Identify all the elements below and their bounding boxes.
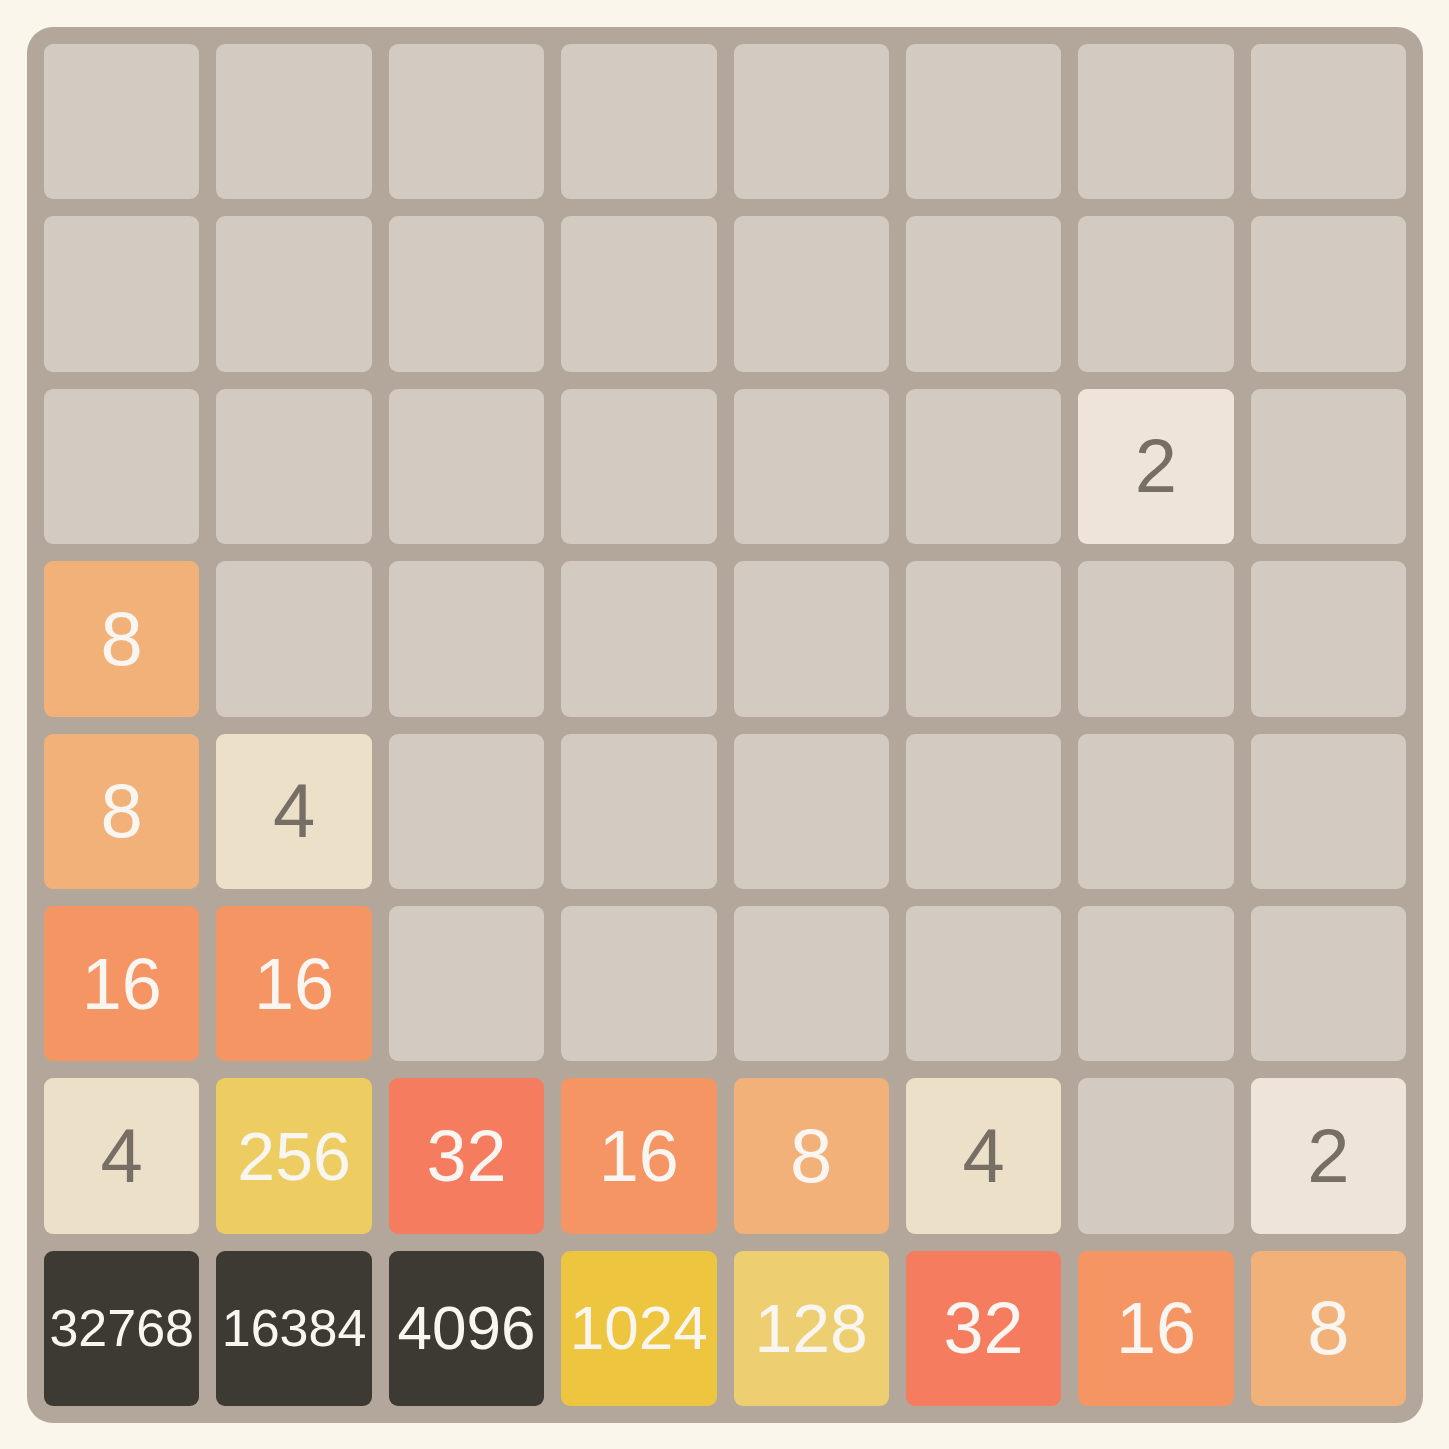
tile-16: 16 — [1078, 1251, 1233, 1406]
tile-128: 128 — [734, 1251, 889, 1406]
empty-cell — [906, 216, 1061, 371]
tile-16: 16 — [44, 906, 199, 1061]
tile-2: 2 — [1078, 389, 1233, 544]
tile-4: 4 — [44, 1078, 199, 1233]
game-board[interactable]: 2884161642563216842327681638440961024128… — [27, 27, 1423, 1423]
empty-cell — [216, 216, 371, 371]
empty-cell — [1078, 906, 1233, 1061]
empty-cell — [389, 216, 544, 371]
empty-cell — [561, 389, 716, 544]
empty-cell — [906, 561, 1061, 716]
tile-2: 2 — [1251, 1078, 1406, 1233]
empty-cell — [389, 44, 544, 199]
empty-cell — [1251, 561, 1406, 716]
empty-cell — [216, 44, 371, 199]
tile-16: 16 — [561, 1078, 716, 1233]
empty-cell — [906, 906, 1061, 1061]
tile-4: 4 — [906, 1078, 1061, 1233]
tile-16: 16 — [216, 906, 371, 1061]
empty-cell — [734, 389, 889, 544]
empty-cell — [561, 216, 716, 371]
empty-cell — [216, 389, 371, 544]
empty-cell — [561, 44, 716, 199]
empty-cell — [1078, 44, 1233, 199]
empty-cell — [389, 561, 544, 716]
tile-8: 8 — [44, 734, 199, 889]
empty-cell — [389, 906, 544, 1061]
tile-256: 256 — [216, 1078, 371, 1233]
empty-cell — [389, 734, 544, 889]
tile-8: 8 — [44, 561, 199, 716]
empty-cell — [561, 906, 716, 1061]
tile-4096: 4096 — [389, 1251, 544, 1406]
empty-cell — [561, 561, 716, 716]
tile-8: 8 — [734, 1078, 889, 1233]
empty-cell — [906, 734, 1061, 889]
empty-cell — [389, 389, 544, 544]
tile-1024: 1024 — [561, 1251, 716, 1406]
tile-32768: 32768 — [44, 1251, 199, 1406]
empty-cell — [1251, 734, 1406, 889]
tile-8: 8 — [1251, 1251, 1406, 1406]
empty-cell — [1078, 1078, 1233, 1233]
game-screen: 2884161642563216842327681638440961024128… — [0, 0, 1449, 1449]
empty-cell — [44, 44, 199, 199]
tile-32: 32 — [389, 1078, 544, 1233]
empty-cell — [734, 906, 889, 1061]
empty-cell — [1251, 44, 1406, 199]
empty-cell — [1078, 734, 1233, 889]
empty-cell — [44, 389, 199, 544]
empty-cell — [561, 734, 716, 889]
empty-cell — [734, 44, 889, 199]
empty-cell — [734, 561, 889, 716]
empty-cell — [906, 389, 1061, 544]
empty-cell — [1078, 561, 1233, 716]
tile-4: 4 — [216, 734, 371, 889]
empty-cell — [734, 734, 889, 889]
empty-cell — [1251, 389, 1406, 544]
empty-cell — [906, 44, 1061, 199]
empty-cell — [216, 561, 371, 716]
empty-cell — [1251, 216, 1406, 371]
tile-32: 32 — [906, 1251, 1061, 1406]
tile-16384: 16384 — [216, 1251, 371, 1406]
empty-cell — [1251, 906, 1406, 1061]
empty-cell — [734, 216, 889, 371]
empty-cell — [1078, 216, 1233, 371]
empty-cell — [44, 216, 199, 371]
